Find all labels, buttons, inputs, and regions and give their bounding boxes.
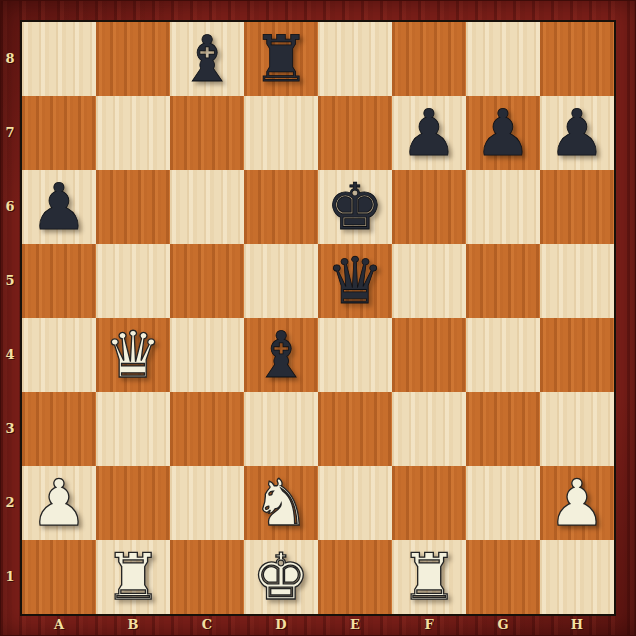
rank-labels: 87654321: [0, 22, 20, 614]
square-b7[interactable]: [96, 96, 170, 170]
square-b5[interactable]: [96, 244, 170, 318]
square-e3[interactable]: [318, 392, 392, 466]
rank-label-8: 8: [0, 22, 20, 96]
square-f3[interactable]: [392, 392, 466, 466]
square-d8[interactable]: ♜: [244, 22, 318, 96]
square-f5[interactable]: [392, 244, 466, 318]
square-a1[interactable]: [22, 540, 96, 614]
piece-black-bishop-d4[interactable]: ♝: [252, 318, 309, 392]
file-label-f: F: [392, 614, 466, 636]
square-b2[interactable]: [96, 466, 170, 540]
square-f2[interactable]: [392, 466, 466, 540]
square-a5[interactable]: [22, 244, 96, 318]
rank-label-6: 6: [0, 170, 20, 244]
square-c2[interactable]: [170, 466, 244, 540]
piece-black-bishop-c8[interactable]: ♝: [178, 22, 235, 96]
square-g8[interactable]: [466, 22, 540, 96]
rank-label-1: 1: [0, 540, 20, 614]
square-c7[interactable]: [170, 96, 244, 170]
square-d3[interactable]: [244, 392, 318, 466]
square-h6[interactable]: [540, 170, 614, 244]
square-g5[interactable]: [466, 244, 540, 318]
file-label-d: D: [244, 614, 318, 636]
piece-white-rook-b1[interactable]: ♜: [104, 540, 161, 614]
square-f1[interactable]: ♜: [392, 540, 466, 614]
file-labels: ABCDEFGH: [22, 614, 614, 636]
square-e6[interactable]: ♚: [318, 170, 392, 244]
square-f7[interactable]: ♟: [392, 96, 466, 170]
square-a2[interactable]: ♟: [22, 466, 96, 540]
square-c3[interactable]: [170, 392, 244, 466]
square-b1[interactable]: ♜: [96, 540, 170, 614]
square-e4[interactable]: [318, 318, 392, 392]
square-c8[interactable]: ♝: [170, 22, 244, 96]
piece-black-king-e6[interactable]: ♚: [326, 170, 383, 244]
square-d4[interactable]: ♝: [244, 318, 318, 392]
square-a8[interactable]: [22, 22, 96, 96]
square-d1[interactable]: ♚: [244, 540, 318, 614]
piece-white-knight-d2[interactable]: ♞: [252, 466, 309, 540]
square-b4[interactable]: ♛: [96, 318, 170, 392]
piece-black-pawn-f7[interactable]: ♟: [400, 96, 457, 170]
square-c5[interactable]: [170, 244, 244, 318]
file-label-e: E: [318, 614, 392, 636]
square-g6[interactable]: [466, 170, 540, 244]
rank-label-4: 4: [0, 318, 20, 392]
file-label-b: B: [96, 614, 170, 636]
square-h5[interactable]: [540, 244, 614, 318]
square-a6[interactable]: ♟: [22, 170, 96, 244]
rank-label-5: 5: [0, 244, 20, 318]
square-a3[interactable]: [22, 392, 96, 466]
piece-black-rook-d8[interactable]: ♜: [252, 22, 309, 96]
square-d7[interactable]: [244, 96, 318, 170]
square-e2[interactable]: [318, 466, 392, 540]
square-a4[interactable]: [22, 318, 96, 392]
square-h2[interactable]: ♟: [540, 466, 614, 540]
square-e8[interactable]: [318, 22, 392, 96]
square-g1[interactable]: [466, 540, 540, 614]
square-d2[interactable]: ♞: [244, 466, 318, 540]
square-b6[interactable]: [96, 170, 170, 244]
square-h8[interactable]: [540, 22, 614, 96]
square-f8[interactable]: [392, 22, 466, 96]
file-label-h: H: [540, 614, 614, 636]
square-h1[interactable]: [540, 540, 614, 614]
square-h3[interactable]: [540, 392, 614, 466]
file-label-c: C: [170, 614, 244, 636]
piece-white-king-d1[interactable]: ♚: [252, 540, 309, 614]
chess-board: ♝♜♟♟♟♟♚♛♛♝♟♞♟♜♚♜: [20, 20, 616, 616]
square-g2[interactable]: [466, 466, 540, 540]
rank-label-3: 3: [0, 392, 20, 466]
square-d5[interactable]: [244, 244, 318, 318]
square-c6[interactable]: [170, 170, 244, 244]
square-f6[interactable]: [392, 170, 466, 244]
square-b3[interactable]: [96, 392, 170, 466]
square-g4[interactable]: [466, 318, 540, 392]
square-a7[interactable]: [22, 96, 96, 170]
square-e7[interactable]: [318, 96, 392, 170]
square-c1[interactable]: [170, 540, 244, 614]
square-e1[interactable]: [318, 540, 392, 614]
rank-label-2: 2: [0, 466, 20, 540]
piece-white-pawn-a2[interactable]: ♟: [30, 466, 87, 540]
rank-label-7: 7: [0, 96, 20, 170]
square-c4[interactable]: [170, 318, 244, 392]
piece-black-queen-e5[interactable]: ♛: [326, 244, 383, 318]
piece-black-pawn-a6[interactable]: ♟: [30, 170, 87, 244]
square-b8[interactable]: [96, 22, 170, 96]
piece-white-rook-f1[interactable]: ♜: [400, 540, 457, 614]
square-d6[interactable]: [244, 170, 318, 244]
square-g3[interactable]: [466, 392, 540, 466]
square-e5[interactable]: ♛: [318, 244, 392, 318]
square-h4[interactable]: [540, 318, 614, 392]
piece-black-pawn-h7[interactable]: ♟: [548, 96, 605, 170]
board-frame: ♝♜♟♟♟♟♚♛♛♝♟♞♟♜♚♜ 87654321 ABCDEFGH: [0, 0, 636, 636]
file-label-g: G: [466, 614, 540, 636]
square-f4[interactable]: [392, 318, 466, 392]
square-g7[interactable]: ♟: [466, 96, 540, 170]
piece-white-pawn-h2[interactable]: ♟: [548, 466, 605, 540]
square-h7[interactable]: ♟: [540, 96, 614, 170]
file-label-a: A: [22, 614, 96, 636]
piece-black-pawn-g7[interactable]: ♟: [474, 96, 531, 170]
piece-white-queen-b4[interactable]: ♛: [104, 318, 161, 392]
